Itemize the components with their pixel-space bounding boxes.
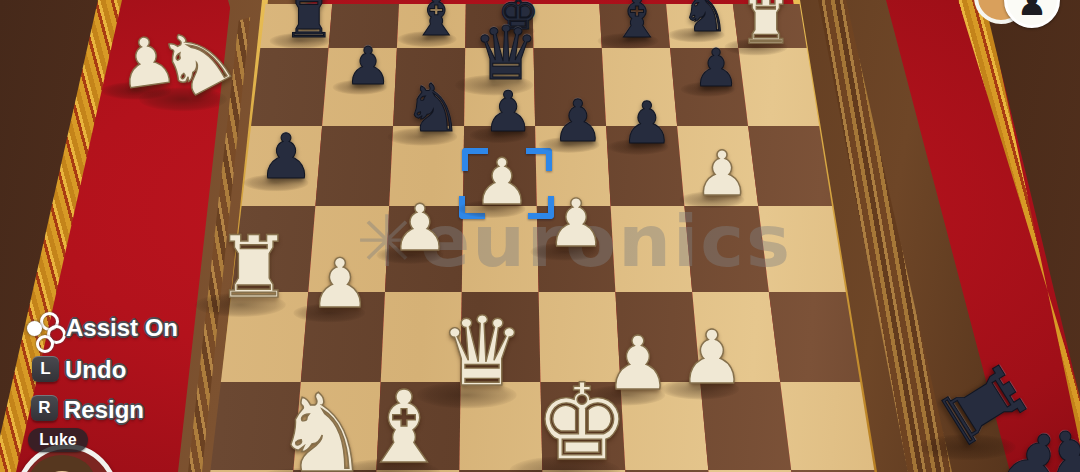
avatar-hair [29, 455, 95, 472]
player-name-badge: Luke [28, 428, 88, 452]
opponent-indicator: ♟ [960, 0, 1080, 26]
cluster-dot-bottom [36, 335, 54, 353]
black-pawn-icon: ♟ [1017, 0, 1047, 23]
black-turn-badge: ♟ [1004, 0, 1060, 28]
game-stage: ✳euronics ♜♝♚♝♞♜♛♟♟♟♞♟♟♟♜♟♟♟♟♟♛♟♟♝♚♞ ♟♞♜… [0, 0, 1080, 472]
resign-button[interactable]: Resign [64, 396, 144, 424]
button-cluster-icon [24, 310, 64, 348]
cluster-dot-left [27, 321, 42, 336]
assist-toggle[interactable]: Assist On [66, 314, 178, 342]
undo-button[interactable]: Undo [65, 356, 126, 384]
r-button-icon: R [31, 395, 58, 421]
captured-trays-layer: ♟♞♜♟♟ [0, 0, 1080, 472]
l-button-icon: L [32, 356, 59, 382]
